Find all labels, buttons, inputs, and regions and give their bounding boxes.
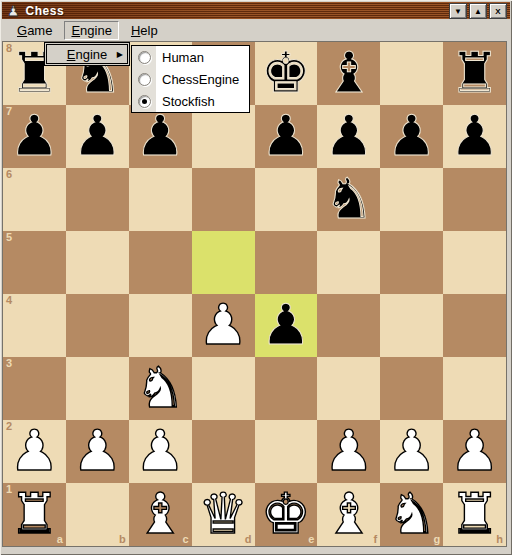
- window-title: Chess: [26, 4, 65, 18]
- square-c3[interactable]: ♞: [129, 357, 192, 420]
- file-label-b: b: [119, 533, 126, 546]
- maximize-button[interactable]: ▲: [469, 3, 487, 19]
- black-pawn-h7[interactable]: ♟: [449, 108, 499, 164]
- square-f7[interactable]: ♟: [317, 105, 380, 168]
- square-h1[interactable]: h♜: [443, 483, 506, 546]
- square-d7[interactable]: [192, 105, 255, 168]
- square-f8[interactable]: ♝: [317, 42, 380, 105]
- black-bishop-f8[interactable]: ♝: [324, 45, 374, 101]
- square-c4[interactable]: [129, 294, 192, 357]
- black-knight-f6[interactable]: ♞: [324, 171, 374, 227]
- square-a5[interactable]: 5: [3, 231, 66, 294]
- submenu-item-label: Human: [162, 50, 204, 65]
- square-g5[interactable]: [380, 231, 443, 294]
- square-g7[interactable]: ♟: [380, 105, 443, 168]
- square-e3[interactable]: [255, 357, 318, 420]
- file-label-f: f: [374, 533, 378, 546]
- square-a2[interactable]: 2♟: [3, 420, 66, 483]
- menu-help[interactable]: Help: [124, 21, 165, 40]
- square-f4[interactable]: [317, 294, 380, 357]
- menu-bar: GameEngineHelp: [2, 19, 510, 41]
- black-pawn-b7[interactable]: ♟: [72, 108, 122, 164]
- square-d4[interactable]: ♟: [192, 294, 255, 357]
- square-b5[interactable]: [66, 231, 129, 294]
- square-g4[interactable]: [380, 294, 443, 357]
- square-a1[interactable]: 1a♜: [3, 483, 66, 546]
- square-a6[interactable]: 6: [3, 168, 66, 231]
- white-pawn-b2[interactable]: ♟: [72, 423, 122, 479]
- white-rook-h1[interactable]: ♜: [449, 486, 499, 542]
- submenu-item-stockfish[interactable]: Stockfish: [132, 90, 249, 112]
- white-queen-d1[interactable]: ♛: [198, 486, 248, 542]
- square-e5[interactable]: [255, 231, 318, 294]
- square-d6[interactable]: [192, 168, 255, 231]
- square-h4[interactable]: [443, 294, 506, 357]
- square-c7[interactable]: ♟: [129, 105, 192, 168]
- square-g2[interactable]: ♟: [380, 420, 443, 483]
- chess-window: ♟ Chess ▼▲X GameEngineHelp 8♜♞♝♛♚♝♜7♟♟♟♟…: [0, 0, 512, 555]
- white-pawn-f2[interactable]: ♟: [324, 423, 374, 479]
- white-bishop-c1[interactable]: ♝: [135, 486, 185, 542]
- square-b3[interactable]: [66, 357, 129, 420]
- square-c2[interactable]: ♟: [129, 420, 192, 483]
- white-knight-c3[interactable]: ♞: [135, 360, 185, 416]
- square-d5[interactable]: [192, 231, 255, 294]
- black-king-e8[interactable]: ♚: [261, 45, 311, 101]
- square-f1[interactable]: f♝: [317, 483, 380, 546]
- rank-label-4: 4: [6, 294, 12, 307]
- square-d1[interactable]: d♛: [192, 483, 255, 546]
- close-button[interactable]: X: [489, 3, 507, 19]
- black-pawn-e4[interactable]: ♟: [261, 297, 311, 353]
- square-b1[interactable]: b: [66, 483, 129, 546]
- black-pawn-e7[interactable]: ♟: [261, 108, 311, 164]
- submenu-item-human[interactable]: Human: [132, 46, 249, 68]
- square-h2[interactable]: ♟: [443, 420, 506, 483]
- submenu-item-label: ChessEngine: [162, 72, 239, 87]
- square-b2[interactable]: ♟: [66, 420, 129, 483]
- submenu-item-label: Stockfish: [162, 94, 215, 109]
- title-buttons: ▼▲X: [449, 3, 507, 19]
- menu-game[interactable]: Game: [10, 21, 59, 40]
- engine-menu-popup: Engine ▶: [44, 42, 130, 66]
- square-c6[interactable]: [129, 168, 192, 231]
- radio-stockfish-selected[interactable]: [138, 95, 151, 108]
- square-e7[interactable]: ♟: [255, 105, 318, 168]
- white-pawn-g2[interactable]: ♟: [387, 423, 437, 479]
- square-g3[interactable]: [380, 357, 443, 420]
- black-pawn-c7[interactable]: ♟: [135, 108, 185, 164]
- square-b7[interactable]: ♟: [66, 105, 129, 168]
- square-h6[interactable]: [443, 168, 506, 231]
- white-bishop-f1[interactable]: ♝: [324, 486, 374, 542]
- square-g8[interactable]: [380, 42, 443, 105]
- square-e6[interactable]: [255, 168, 318, 231]
- black-pawn-f7[interactable]: ♟: [324, 108, 374, 164]
- square-f2[interactable]: ♟: [317, 420, 380, 483]
- black-pawn-a7[interactable]: ♟: [9, 108, 59, 164]
- square-g1[interactable]: g♞: [380, 483, 443, 546]
- square-c5[interactable]: [129, 231, 192, 294]
- square-f5[interactable]: [317, 231, 380, 294]
- square-h5[interactable]: [443, 231, 506, 294]
- white-pawn-icon: ♟: [7, 4, 20, 18]
- square-f6[interactable]: ♞: [317, 168, 380, 231]
- submenu-arrow-icon: ▶: [117, 50, 123, 59]
- chess-board: 8♜♞♝♛♚♝♜7♟♟♟♟♟♟♟6♞54♟♟3♞2♟♟♟♟♟♟1a♜bc♝d♛e…: [2, 41, 507, 547]
- rank-label-3: 3: [6, 357, 12, 370]
- white-pawn-d4[interactable]: ♟: [198, 297, 248, 353]
- rank-label-5: 5: [6, 231, 12, 244]
- black-rook-h8[interactable]: ♜: [449, 45, 499, 101]
- engine-menu-label: Engine: [67, 47, 108, 62]
- white-pawn-a2[interactable]: ♟: [9, 423, 59, 479]
- radio-chessengine[interactable]: [138, 73, 151, 86]
- white-knight-g1[interactable]: ♞: [387, 486, 437, 542]
- square-e2[interactable]: [255, 420, 318, 483]
- white-pawn-c2[interactable]: ♟: [135, 423, 185, 479]
- square-a4[interactable]: 4: [3, 294, 66, 357]
- square-f3[interactable]: [317, 357, 380, 420]
- square-e4[interactable]: ♟: [255, 294, 318, 357]
- square-h3[interactable]: [443, 357, 506, 420]
- square-d3[interactable]: [192, 357, 255, 420]
- square-e8[interactable]: ♚: [255, 42, 318, 105]
- white-rook-a1[interactable]: ♜: [9, 486, 59, 542]
- black-pawn-g7[interactable]: ♟: [387, 108, 437, 164]
- minimize-button[interactable]: ▼: [449, 3, 467, 19]
- square-b4[interactable]: [66, 294, 129, 357]
- square-e1[interactable]: e♚: [255, 483, 318, 546]
- white-king-e1[interactable]: ♚: [261, 486, 311, 542]
- square-a3[interactable]: 3: [3, 357, 66, 420]
- engine-menu-item[interactable]: Engine ▶: [46, 44, 128, 64]
- title-bar[interactable]: ♟ Chess ▼▲X: [2, 2, 510, 19]
- square-c1[interactable]: c♝: [129, 483, 192, 546]
- engine-submenu: HumanChessEngineStockfish: [131, 45, 250, 113]
- square-d2[interactable]: [192, 420, 255, 483]
- white-pawn-h2[interactable]: ♟: [449, 423, 499, 479]
- square-h7[interactable]: ♟: [443, 105, 506, 168]
- square-a7[interactable]: 7♟: [3, 105, 66, 168]
- rank-label-6: 6: [6, 168, 12, 181]
- radio-human[interactable]: [138, 51, 151, 64]
- square-b6[interactable]: [66, 168, 129, 231]
- submenu-item-chessengine[interactable]: ChessEngine: [132, 68, 249, 90]
- square-h8[interactable]: ♜: [443, 42, 506, 105]
- square-g6[interactable]: [380, 168, 443, 231]
- menu-engine[interactable]: Engine: [64, 21, 119, 40]
